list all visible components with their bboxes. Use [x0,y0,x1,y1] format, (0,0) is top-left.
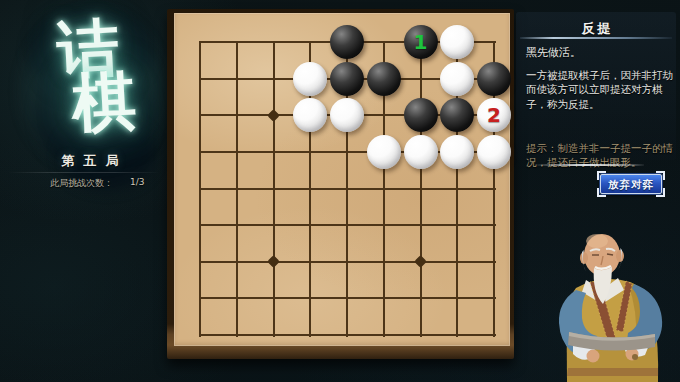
npc-old-master [540,218,680,382]
move-number-label: 1 [404,25,438,59]
grid-line-vertical [420,41,422,337]
puzzle-info-panel: 反提 黑先做活。 一方被提取棋子后，因并非打劫而使该方可以立即提还对方棋子，称为… [516,12,676,160]
stone-black[interactable] [367,62,401,96]
stone-white[interactable] [293,62,327,96]
game-screen: 诘 棋 第五局 此局挑战次数： 1/3 12 反提 黑先做活。 一方被提取棋子后… [0,0,680,382]
resign-button-label: 放弃对弈 [608,178,654,190]
go-board-grid[interactable]: 12 [200,42,494,335]
stone-white[interactable] [330,98,364,132]
grid-line-horizontal [199,261,496,263]
stone-white[interactable] [440,62,474,96]
stone-white[interactable] [440,135,474,169]
grid-line-horizontal [199,188,496,190]
title-underline [520,37,672,39]
attempts-counter: 此局挑战次数： 1/3 [50,177,170,190]
resign-button[interactable]: 放弃对弈 [600,174,662,194]
stone-white[interactable] [293,98,327,132]
grid-line-horizontal [199,297,496,299]
grid-line-horizontal [199,334,496,336]
grid-line-horizontal [199,224,496,226]
stone-white[interactable] [477,135,511,169]
puzzle-hint: 提示：制造并非一子提一子的情况，提还白子做出眼形。 [526,97,674,170]
stone-black[interactable] [330,62,364,96]
go-board: 12 [167,9,514,359]
attempts-value: 1/3 [130,177,144,190]
puzzle-objective: 黑先做活。 [526,45,672,60]
star-point [267,255,280,268]
panel-divider [536,164,644,166]
left-divider [8,172,160,173]
star-point [267,109,280,122]
title-calligraphy-char2: 棋 [70,68,137,135]
stone-white[interactable] [440,25,474,59]
stone-white[interactable] [367,135,401,169]
attempts-label: 此局挑战次数： [50,177,113,190]
stone-black[interactable] [404,98,438,132]
puzzle-title: 反提 [516,20,676,38]
move-number-label: 2 [477,98,511,132]
round-label: 第五局 [0,152,180,170]
go-board-face: 12 [174,13,510,346]
stone-black[interactable] [477,62,511,96]
stone-white[interactable] [404,135,438,169]
star-point [414,255,427,268]
stone-black[interactable] [440,98,474,132]
stone-black[interactable] [330,25,364,59]
